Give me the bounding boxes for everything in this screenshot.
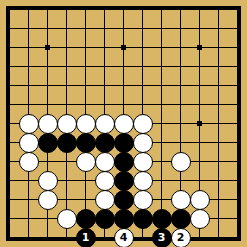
- black-stone: [38, 133, 58, 153]
- white-stone: [38, 171, 58, 191]
- black-stone: [152, 209, 172, 229]
- move-number-label: 1: [82, 232, 90, 243]
- black-stone: [114, 209, 134, 229]
- white-stone: [19, 133, 39, 153]
- white-stone: [38, 190, 58, 210]
- black-stone: [76, 209, 96, 229]
- black-stone: 3: [152, 228, 172, 247]
- go-board[interactable]: 1432: [0, 0, 247, 247]
- white-stone: [76, 152, 96, 172]
- white-stone: [133, 114, 153, 134]
- black-stone: [76, 133, 96, 153]
- white-stone: [190, 209, 210, 229]
- star-point: [121, 45, 126, 50]
- white-stone: [95, 190, 115, 210]
- black-stone: [133, 209, 153, 229]
- star-point: [45, 45, 50, 50]
- white-stone: [57, 114, 77, 134]
- white-stone: [57, 209, 77, 229]
- white-stone: [133, 152, 153, 172]
- white-stone: 2: [171, 228, 191, 247]
- white-stone: [19, 152, 39, 172]
- white-stone: [190, 190, 210, 210]
- white-stone: [95, 152, 115, 172]
- white-stone: [171, 152, 191, 172]
- white-stone: [38, 114, 58, 134]
- black-stone: [95, 133, 115, 153]
- white-stone: [76, 114, 96, 134]
- black-stone: [171, 209, 191, 229]
- white-stone: [171, 190, 191, 210]
- white-stone: [133, 171, 153, 191]
- white-stone: [95, 171, 115, 191]
- white-stone: [114, 114, 134, 134]
- black-stone: [114, 133, 134, 153]
- star-point: [197, 45, 202, 50]
- black-stone: [57, 133, 77, 153]
- move-number-label: 2: [177, 232, 185, 243]
- white-stone: 4: [114, 228, 134, 247]
- black-stone: [114, 171, 134, 191]
- black-stone: [95, 209, 115, 229]
- white-stone: [19, 114, 39, 134]
- move-number-label: 3: [158, 232, 166, 243]
- black-stone: [114, 190, 134, 210]
- white-stone: [95, 114, 115, 134]
- black-stone: [114, 152, 134, 172]
- white-stone: [133, 190, 153, 210]
- black-stone: 1: [76, 228, 96, 247]
- star-point: [197, 121, 202, 126]
- move-number-label: 4: [120, 232, 128, 243]
- white-stone: [133, 133, 153, 153]
